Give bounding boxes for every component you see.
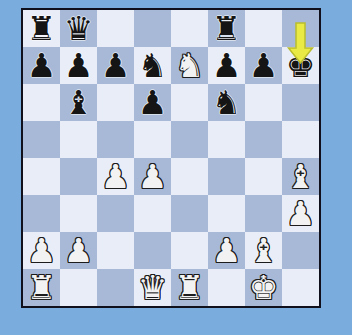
square-a1[interactable]: ♜ (23, 269, 60, 306)
white-pawn[interactable]: ♟ (97, 158, 134, 195)
square-c3[interactable] (97, 195, 134, 232)
square-d4[interactable]: ♟ (134, 158, 171, 195)
white-queen[interactable]: ♛ (134, 269, 171, 306)
square-b4[interactable] (60, 158, 97, 195)
square-c5[interactable] (97, 121, 134, 158)
white-bishop[interactable]: ♝ (282, 158, 319, 195)
square-h6[interactable] (282, 84, 319, 121)
black-queen[interactable]: ♛ (60, 10, 97, 47)
square-d6[interactable]: ♟ (134, 84, 171, 121)
black-rook[interactable]: ♜ (23, 10, 60, 47)
square-c4[interactable]: ♟ (97, 158, 134, 195)
square-d1[interactable]: ♛ (134, 269, 171, 306)
white-rook[interactable]: ♜ (171, 269, 208, 306)
square-c6[interactable] (97, 84, 134, 121)
square-g3[interactable] (245, 195, 282, 232)
white-knight[interactable]: ♞ (171, 47, 208, 84)
square-d2[interactable] (134, 232, 171, 269)
white-pawn[interactable]: ♟ (23, 232, 60, 269)
white-bishop[interactable]: ♝ (245, 232, 282, 269)
square-e2[interactable] (171, 232, 208, 269)
black-bishop[interactable]: ♝ (60, 84, 97, 121)
square-b7[interactable]: ♟ (60, 47, 97, 84)
square-a2[interactable]: ♟ (23, 232, 60, 269)
square-a8[interactable]: ♜ (23, 10, 60, 47)
white-pawn[interactable]: ♟ (282, 195, 319, 232)
square-b5[interactable] (60, 121, 97, 158)
square-g6[interactable] (245, 84, 282, 121)
square-g5[interactable] (245, 121, 282, 158)
chess-app-background: ♜♛♜♟♟♟♞♞♟♟♚♝♟♞♟♟♝♟♟♟♟♝♜♛♜♚ (0, 0, 352, 335)
black-pawn[interactable]: ♟ (208, 47, 245, 84)
square-f1[interactable] (208, 269, 245, 306)
square-b1[interactable] (60, 269, 97, 306)
black-pawn[interactable]: ♟ (134, 84, 171, 121)
square-e5[interactable] (171, 121, 208, 158)
square-a7[interactable]: ♟ (23, 47, 60, 84)
black-king[interactable]: ♚ (282, 47, 319, 84)
square-b6[interactable]: ♝ (60, 84, 97, 121)
square-h3[interactable]: ♟ (282, 195, 319, 232)
black-pawn[interactable]: ♟ (97, 47, 134, 84)
square-e8[interactable] (171, 10, 208, 47)
square-h1[interactable] (282, 269, 319, 306)
square-h2[interactable] (282, 232, 319, 269)
square-e1[interactable]: ♜ (171, 269, 208, 306)
square-a6[interactable] (23, 84, 60, 121)
square-g1[interactable]: ♚ (245, 269, 282, 306)
square-e4[interactable] (171, 158, 208, 195)
black-knight[interactable]: ♞ (134, 47, 171, 84)
chess-board: ♜♛♜♟♟♟♞♞♟♟♚♝♟♞♟♟♝♟♟♟♟♝♜♛♜♚ (21, 8, 321, 308)
square-b3[interactable] (60, 195, 97, 232)
square-f6[interactable]: ♞ (208, 84, 245, 121)
square-g4[interactable] (245, 158, 282, 195)
square-f4[interactable] (208, 158, 245, 195)
white-rook[interactable]: ♜ (23, 269, 60, 306)
square-c8[interactable] (97, 10, 134, 47)
square-a5[interactable] (23, 121, 60, 158)
square-a3[interactable] (23, 195, 60, 232)
black-pawn[interactable]: ♟ (245, 47, 282, 84)
black-knight[interactable]: ♞ (208, 84, 245, 121)
square-b8[interactable]: ♛ (60, 10, 97, 47)
white-pawn[interactable]: ♟ (134, 158, 171, 195)
square-g7[interactable]: ♟ (245, 47, 282, 84)
black-pawn[interactable]: ♟ (60, 47, 97, 84)
square-d8[interactable] (134, 10, 171, 47)
black-pawn[interactable]: ♟ (23, 47, 60, 84)
square-h4[interactable]: ♝ (282, 158, 319, 195)
square-h7[interactable]: ♚ (282, 47, 319, 84)
square-c2[interactable] (97, 232, 134, 269)
square-d5[interactable] (134, 121, 171, 158)
square-b2[interactable]: ♟ (60, 232, 97, 269)
square-e7[interactable]: ♞ (171, 47, 208, 84)
square-c7[interactable]: ♟ (97, 47, 134, 84)
square-h8[interactable] (282, 10, 319, 47)
square-g8[interactable] (245, 10, 282, 47)
white-pawn[interactable]: ♟ (60, 232, 97, 269)
square-f7[interactable]: ♟ (208, 47, 245, 84)
black-rook[interactable]: ♜ (208, 10, 245, 47)
square-h5[interactable] (282, 121, 319, 158)
square-g2[interactable]: ♝ (245, 232, 282, 269)
square-e3[interactable] (171, 195, 208, 232)
square-f8[interactable]: ♜ (208, 10, 245, 47)
square-a4[interactable] (23, 158, 60, 195)
white-king[interactable]: ♚ (245, 269, 282, 306)
square-f2[interactable]: ♟ (208, 232, 245, 269)
square-d3[interactable] (134, 195, 171, 232)
square-e6[interactable] (171, 84, 208, 121)
square-f3[interactable] (208, 195, 245, 232)
white-pawn[interactable]: ♟ (208, 232, 245, 269)
square-c1[interactable] (97, 269, 134, 306)
square-d7[interactable]: ♞ (134, 47, 171, 84)
square-f5[interactable] (208, 121, 245, 158)
